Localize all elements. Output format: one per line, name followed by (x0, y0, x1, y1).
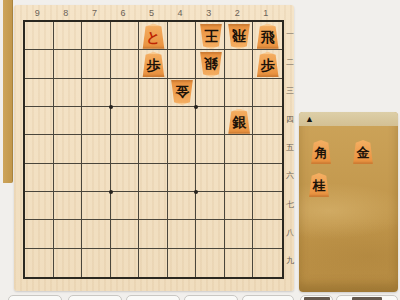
board-cell[interactable] (82, 50, 111, 78)
board-cell[interactable] (25, 107, 54, 135)
board-cell[interactable] (82, 22, 111, 50)
hoshi-dot (194, 105, 198, 109)
board-cell[interactable] (253, 192, 282, 220)
board-cell[interactable] (225, 135, 254, 163)
file-label: 3 (194, 7, 223, 19)
sente-komadai: ▲ 角金桂 (299, 112, 398, 292)
footer-button-3[interactable] (126, 295, 180, 300)
board-cell[interactable] (196, 192, 225, 220)
board-cell[interactable] (82, 249, 111, 277)
hand-piece-金[interactable]: 金 (352, 140, 374, 164)
board-cell[interactable] (139, 135, 168, 163)
file-label: 1 (252, 7, 281, 19)
board-cell[interactable] (111, 79, 140, 107)
board-cell[interactable] (54, 107, 83, 135)
gote-komadai-edge (3, 0, 13, 183)
board-cell[interactable] (168, 107, 197, 135)
board-cell[interactable] (196, 107, 225, 135)
file-label: 5 (137, 7, 166, 19)
footer-button-4[interactable] (184, 295, 238, 300)
rank-labels: 一二三四五六七八九 (282, 20, 298, 275)
sente-marker-icon: ▲ (305, 113, 314, 125)
file-label: 8 (52, 7, 81, 19)
board-cell[interactable] (139, 164, 168, 192)
rank-label: 七 (282, 190, 298, 218)
file-label: 7 (80, 7, 109, 19)
board-cell[interactable] (25, 22, 54, 50)
board-cell[interactable] (196, 249, 225, 277)
rank-label: 一 (282, 20, 298, 48)
rank-label: 三 (282, 77, 298, 105)
board-cell[interactable] (25, 220, 54, 248)
board-cell[interactable] (139, 79, 168, 107)
board-cell[interactable] (196, 135, 225, 163)
board-cell[interactable] (54, 50, 83, 78)
board-cell[interactable] (168, 22, 197, 50)
rank-label: 六 (282, 162, 298, 190)
board-cell[interactable] (54, 79, 83, 107)
file-label: 4 (166, 7, 195, 19)
hand-piece-角[interactable]: 角 (310, 140, 332, 164)
board-cell[interactable] (168, 249, 197, 277)
file-labels: 987654321 (23, 7, 280, 19)
board-cell[interactable] (196, 220, 225, 248)
board-cell[interactable] (168, 50, 197, 78)
board-cell[interactable] (25, 192, 54, 220)
board-cell[interactable] (253, 249, 282, 277)
board-cell[interactable] (168, 192, 197, 220)
hand-piece-桂[interactable]: 桂 (308, 173, 330, 197)
board-cell[interactable] (225, 220, 254, 248)
komadai-header-band: ▲ (299, 112, 398, 126)
board-cell[interactable] (253, 107, 282, 135)
board-cell[interactable] (111, 135, 140, 163)
board-cell[interactable] (139, 192, 168, 220)
board-cell[interactable] (111, 192, 140, 220)
rank-label: 九 (282, 247, 298, 275)
piece-kanji: 桂 (308, 176, 330, 197)
board-cell[interactable] (25, 135, 54, 163)
board-cell[interactable] (225, 164, 254, 192)
board-cell[interactable] (25, 79, 54, 107)
rank-label: 二 (282, 48, 298, 76)
board-cell[interactable] (139, 107, 168, 135)
board-cell[interactable] (168, 164, 197, 192)
board-cell[interactable] (225, 79, 254, 107)
board-cell[interactable] (54, 135, 83, 163)
board-cell[interactable] (225, 192, 254, 220)
board-cell[interactable] (82, 135, 111, 163)
rank-label: 八 (282, 218, 298, 246)
board-cell[interactable] (111, 249, 140, 277)
board-cell[interactable] (54, 164, 83, 192)
board-cell[interactable] (196, 79, 225, 107)
board-cell[interactable] (168, 135, 197, 163)
board-cell[interactable] (82, 79, 111, 107)
board-cell[interactable] (82, 164, 111, 192)
board-cell[interactable] (54, 249, 83, 277)
board-cell[interactable] (225, 249, 254, 277)
hoshi-dot (109, 190, 113, 194)
board-cell[interactable] (54, 22, 83, 50)
board-cell[interactable] (168, 220, 197, 248)
hoshi-dot (109, 105, 113, 109)
board-cell[interactable] (82, 192, 111, 220)
footer-button-1[interactable] (8, 295, 62, 300)
board-cell[interactable] (139, 249, 168, 277)
board-cell[interactable] (253, 79, 282, 107)
shogi-board: 987654321 一二三四五六七八九 と王飛飛歩銀歩金銀 (14, 5, 294, 291)
board-cell[interactable] (196, 164, 225, 192)
file-label: 9 (23, 7, 52, 19)
board-cell[interactable] (54, 192, 83, 220)
board-cell[interactable] (25, 50, 54, 78)
file-label: 6 (109, 7, 138, 19)
footer-button-2[interactable] (68, 295, 122, 300)
board-cell[interactable] (111, 50, 140, 78)
board-cell[interactable] (253, 220, 282, 248)
board-cell[interactable] (25, 249, 54, 277)
board-cell[interactable] (25, 164, 54, 192)
piece-kanji: 角 (310, 143, 332, 164)
board-cell[interactable] (82, 220, 111, 248)
board-cell[interactable] (111, 107, 140, 135)
board-cell[interactable] (111, 22, 140, 50)
piece-kanji: 金 (352, 143, 374, 164)
footer-button-7[interactable] (336, 295, 398, 300)
hoshi-dot (194, 190, 198, 194)
board-cell[interactable] (111, 164, 140, 192)
board-cell[interactable] (253, 135, 282, 163)
board-cell[interactable] (253, 164, 282, 192)
footer-button-5[interactable] (242, 295, 294, 300)
board-cell[interactable] (82, 107, 111, 135)
rank-label: 五 (282, 133, 298, 161)
file-label: 2 (223, 7, 252, 19)
footer-button-6[interactable] (300, 295, 333, 300)
board-cell[interactable] (139, 220, 168, 248)
board-cell[interactable] (111, 220, 140, 248)
board-cell[interactable] (54, 220, 83, 248)
rank-label: 四 (282, 105, 298, 133)
board-cell[interactable] (225, 50, 254, 78)
